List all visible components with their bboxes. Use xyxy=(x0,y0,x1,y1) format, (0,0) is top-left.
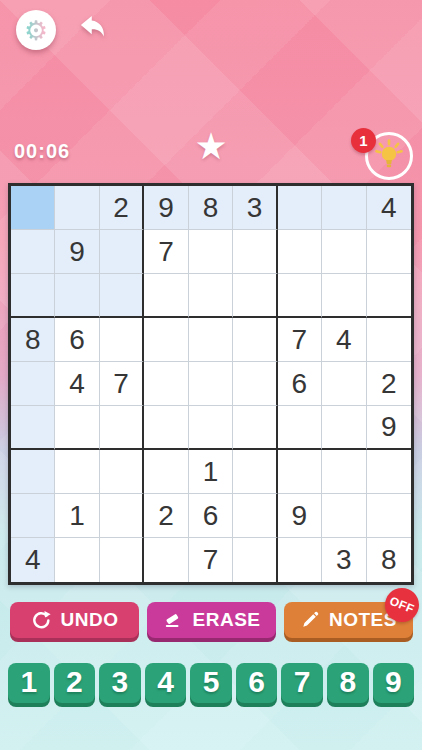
cell-r8c4[interactable]: 2 xyxy=(144,494,188,538)
cell-r3c9[interactable] xyxy=(367,274,411,318)
cell-r7c5[interactable]: 1 xyxy=(189,450,233,494)
cell-r8c7[interactable]: 9 xyxy=(278,494,322,538)
cell-r2c9[interactable] xyxy=(367,230,411,274)
cell-r1c5[interactable]: 8 xyxy=(189,186,233,230)
cell-r4c5[interactable] xyxy=(189,318,233,362)
lightbulb-icon xyxy=(373,139,405,174)
cell-r6c1[interactable] xyxy=(11,406,55,450)
cell-r1c7[interactable] xyxy=(278,186,322,230)
cell-r9c7[interactable] xyxy=(278,538,322,582)
cell-r1c2[interactable] xyxy=(55,186,99,230)
cell-r6c7[interactable] xyxy=(278,406,322,450)
cell-r9c5[interactable]: 7 xyxy=(189,538,233,582)
cell-r9c1[interactable]: 4 xyxy=(11,538,55,582)
toolbar: UNDO ERASE NOTES OFF xyxy=(10,602,413,638)
cell-r4c8[interactable]: 4 xyxy=(322,318,366,362)
numpad-button-8[interactable]: 8 xyxy=(327,663,369,703)
gear-icon: ⚙ xyxy=(24,17,48,44)
cell-r2c4[interactable]: 7 xyxy=(144,230,188,274)
hint-count-badge: 1 xyxy=(351,128,376,153)
cell-r5c6[interactable] xyxy=(233,362,277,406)
back-arrow-icon xyxy=(77,31,109,46)
cell-r5c3[interactable]: 7 xyxy=(100,362,144,406)
cell-r2c3[interactable] xyxy=(100,230,144,274)
cell-r7c9[interactable] xyxy=(367,450,411,494)
cell-r8c1[interactable] xyxy=(11,494,55,538)
cell-r9c4[interactable] xyxy=(144,538,188,582)
sudoku-board: 2983497867447629112694738 xyxy=(8,183,414,585)
cell-r7c1[interactable] xyxy=(11,450,55,494)
cell-r2c6[interactable] xyxy=(233,230,277,274)
sudoku-app-screen: ⚙ 00:06 ★ 1 xyxy=(0,0,422,750)
notes-button[interactable]: NOTES OFF xyxy=(284,602,413,638)
erase-button[interactable]: ERASE xyxy=(147,602,276,638)
cell-r1c4[interactable]: 9 xyxy=(144,186,188,230)
cell-r4c6[interactable] xyxy=(233,318,277,362)
cell-r5c5[interactable] xyxy=(189,362,233,406)
cell-r3c8[interactable] xyxy=(322,274,366,318)
cell-r7c4[interactable] xyxy=(144,450,188,494)
cell-r8c3[interactable] xyxy=(100,494,144,538)
cell-r1c9[interactable]: 4 xyxy=(367,186,411,230)
cell-r1c1[interactable] xyxy=(11,186,55,230)
cell-r6c4[interactable] xyxy=(144,406,188,450)
hint-button[interactable]: 1 xyxy=(365,132,413,180)
numpad-button-9[interactable]: 9 xyxy=(373,663,415,703)
undo-icon xyxy=(31,610,52,631)
cell-r7c8[interactable] xyxy=(322,450,366,494)
cell-r2c2[interactable]: 9 xyxy=(55,230,99,274)
numpad-button-7[interactable]: 7 xyxy=(281,663,323,703)
numpad-button-2[interactable]: 2 xyxy=(54,663,96,703)
undo-label: UNDO xyxy=(61,609,119,631)
numpad-button-4[interactable]: 4 xyxy=(145,663,187,703)
cell-r4c4[interactable] xyxy=(144,318,188,362)
cell-r6c3[interactable] xyxy=(100,406,144,450)
cell-r9c2[interactable] xyxy=(55,538,99,582)
cell-r4c3[interactable] xyxy=(100,318,144,362)
number-pad: 123456789 xyxy=(8,663,414,703)
cell-r2c1[interactable] xyxy=(11,230,55,274)
cell-r6c5[interactable] xyxy=(189,406,233,450)
cell-r5c9[interactable]: 2 xyxy=(367,362,411,406)
cell-r2c5[interactable] xyxy=(189,230,233,274)
pencil-icon xyxy=(300,610,320,630)
cell-r4c9[interactable] xyxy=(367,318,411,362)
cell-r5c4[interactable] xyxy=(144,362,188,406)
cell-r7c7[interactable] xyxy=(278,450,322,494)
cell-r2c7[interactable] xyxy=(278,230,322,274)
cell-r7c6[interactable] xyxy=(233,450,277,494)
cell-r4c2[interactable]: 6 xyxy=(55,318,99,362)
cell-r6c2[interactable] xyxy=(55,406,99,450)
cell-r7c2[interactable] xyxy=(55,450,99,494)
cell-r3c7[interactable] xyxy=(278,274,322,318)
cell-r6c9[interactable]: 9 xyxy=(367,406,411,450)
cell-r4c7[interactable]: 7 xyxy=(278,318,322,362)
cell-r9c6[interactable] xyxy=(233,538,277,582)
cell-r2c8[interactable] xyxy=(322,230,366,274)
numpad-button-1[interactable]: 1 xyxy=(8,663,50,703)
settings-button[interactable]: ⚙ xyxy=(16,10,56,50)
cell-r1c8[interactable] xyxy=(322,186,366,230)
cell-r8c6[interactable] xyxy=(233,494,277,538)
cell-r8c5[interactable]: 6 xyxy=(189,494,233,538)
cell-r3c3[interactable] xyxy=(100,274,144,318)
cell-r9c8[interactable]: 3 xyxy=(322,538,366,582)
cell-r6c8[interactable] xyxy=(322,406,366,450)
erase-label: ERASE xyxy=(193,609,261,631)
back-button[interactable] xyxy=(76,12,110,46)
cell-r3c2[interactable] xyxy=(55,274,99,318)
cell-r8c9[interactable] xyxy=(367,494,411,538)
cell-r7c3[interactable] xyxy=(100,450,144,494)
cell-r9c3[interactable] xyxy=(100,538,144,582)
cell-r3c5[interactable] xyxy=(189,274,233,318)
cell-r3c4[interactable] xyxy=(144,274,188,318)
numpad-button-5[interactable]: 5 xyxy=(190,663,232,703)
cell-r8c2[interactable]: 1 xyxy=(55,494,99,538)
cell-r5c2[interactable]: 4 xyxy=(55,362,99,406)
cell-r1c3[interactable]: 2 xyxy=(100,186,144,230)
cell-r4c1[interactable]: 8 xyxy=(11,318,55,362)
eraser-icon xyxy=(163,610,184,631)
cell-r9c9[interactable]: 8 xyxy=(367,538,411,582)
cell-r3c1[interactable] xyxy=(11,274,55,318)
cell-r5c7[interactable]: 6 xyxy=(278,362,322,406)
cell-r8c8[interactable] xyxy=(322,494,366,538)
numpad-button-6[interactable]: 6 xyxy=(236,663,278,703)
undo-button[interactable]: UNDO xyxy=(10,602,139,638)
cell-r5c1[interactable] xyxy=(11,362,55,406)
cell-r5c8[interactable] xyxy=(322,362,366,406)
cell-r3c6[interactable] xyxy=(233,274,277,318)
cell-r1c6[interactable]: 3 xyxy=(233,186,277,230)
numpad-button-3[interactable]: 3 xyxy=(99,663,141,703)
cell-r6c6[interactable] xyxy=(233,406,277,450)
